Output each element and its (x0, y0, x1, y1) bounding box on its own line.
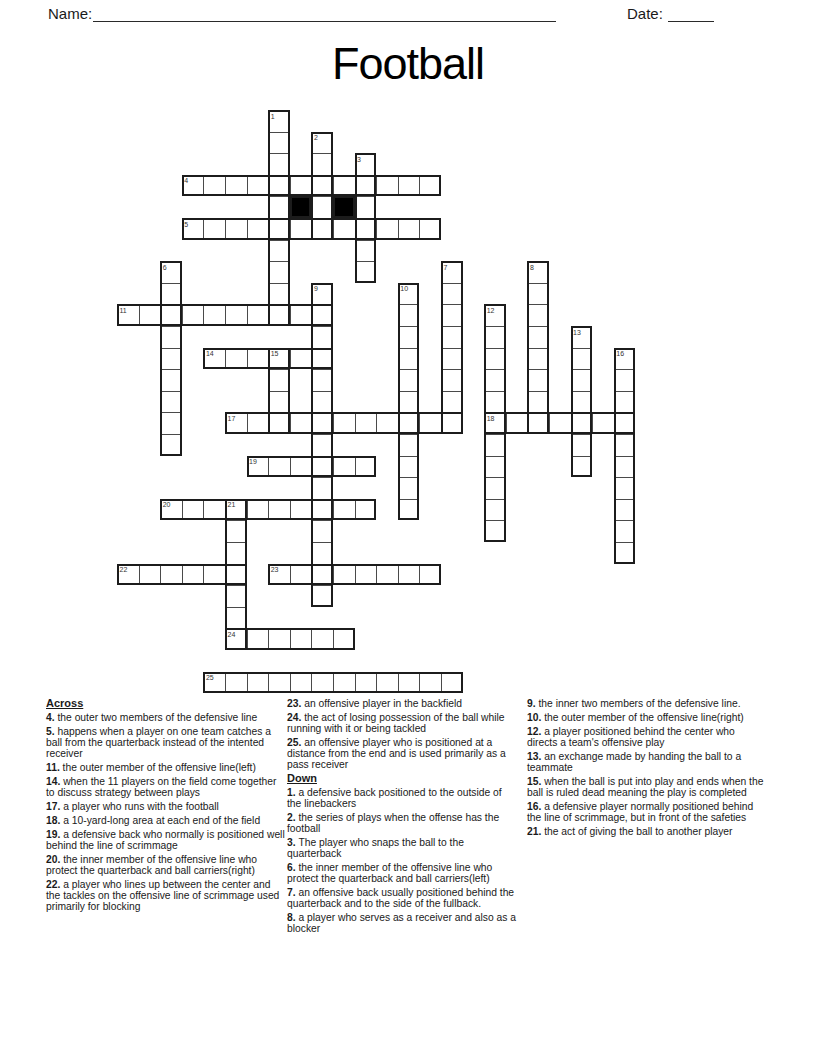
worksheet-page: { "page": { "name_label": "Name:", "date… (0, 0, 816, 1056)
grid-cell[interactable] (527, 391, 549, 413)
grid-cell[interactable] (160, 304, 182, 326)
grid-cell[interactable] (268, 369, 290, 391)
grid-cell[interactable] (225, 672, 247, 694)
grid-cell[interactable] (225, 520, 247, 542)
grid-cell[interactable] (160, 348, 182, 370)
grid-cell[interactable] (247, 218, 269, 240)
grid-cell[interactable] (203, 304, 225, 326)
clue-number: 6. (287, 862, 298, 873)
grid-cell[interactable] (398, 326, 420, 348)
clue-across-25: 25. an offensive player who is positione… (287, 737, 518, 770)
grid-cell[interactable] (333, 412, 355, 434)
grid-cell[interactable] (441, 326, 463, 348)
grid-cell[interactable] (355, 564, 377, 586)
clue-number: 25. (287, 737, 304, 748)
grid-cell[interactable] (290, 672, 312, 694)
clue-number: 4. (46, 712, 57, 723)
grid-cell[interactable] (419, 218, 441, 240)
grid-cell[interactable] (614, 412, 636, 434)
grid-cell[interactable] (225, 628, 247, 650)
grid-cell[interactable] (571, 434, 593, 456)
grid-cell[interactable] (376, 564, 398, 586)
grid-cell[interactable] (419, 412, 441, 434)
grid-cell[interactable] (376, 412, 398, 434)
grid-cell[interactable] (247, 412, 269, 434)
grid-cell[interactable] (139, 304, 161, 326)
grid-cell[interactable] (311, 434, 333, 456)
grid-cell[interactable] (268, 628, 290, 650)
grid-cell[interactable] (225, 564, 247, 586)
grid-cell[interactable] (268, 672, 290, 694)
grid-cell[interactable] (398, 348, 420, 370)
grid-cell[interactable] (398, 391, 420, 413)
clue-across-18: 18. a 10-yard-long area at each end of t… (46, 815, 287, 826)
clue-number: 9. (527, 698, 538, 709)
grid-cell[interactable] (484, 369, 506, 391)
grid-cell[interactable] (225, 175, 247, 197)
clue-number: 24. (287, 712, 304, 723)
grid-cell[interactable] (160, 369, 182, 391)
grid-cell[interactable] (268, 261, 290, 283)
grid-cell[interactable] (527, 412, 549, 434)
grid-cell[interactable] (484, 391, 506, 413)
grid-cell[interactable] (268, 499, 290, 521)
clue-number: 18. (46, 815, 63, 826)
grid-cell[interactable] (290, 499, 312, 521)
grid-cell[interactable] (398, 304, 420, 326)
grid-cell[interactable] (571, 412, 593, 434)
grid-cell[interactable] (614, 391, 636, 413)
grid-cell[interactable] (571, 456, 593, 478)
grid-cell[interactable] (441, 672, 463, 694)
name-fill-line[interactable] (93, 20, 556, 22)
clue-across-23: 23. an offensive player in the backfield (287, 698, 518, 709)
grid-cell[interactable] (614, 434, 636, 456)
grid-cell[interactable] (290, 456, 312, 478)
clue-number: 5. (46, 726, 57, 737)
grid-cell[interactable] (355, 456, 377, 478)
grid-cell[interactable] (290, 412, 312, 434)
clue-number: 20. (46, 854, 63, 865)
grid-cell[interactable] (268, 175, 290, 197)
grid-cell[interactable] (311, 564, 333, 586)
grid-cell[interactable] (419, 672, 441, 694)
grid-cell[interactable] (311, 369, 333, 391)
grid-cell[interactable] (571, 348, 593, 370)
black-cell (290, 196, 312, 218)
grid-cell[interactable] (398, 369, 420, 391)
grid-cell[interactable] (311, 672, 333, 694)
grid-cell[interactable] (311, 326, 333, 348)
clue-down-21: 21. the act of giving the ball to anothe… (527, 826, 765, 837)
clue-across-5: 5. happens when a player on one team cat… (46, 726, 287, 759)
grid-cell[interactable] (484, 499, 506, 521)
grid-cell[interactable] (160, 283, 182, 305)
grid-cell[interactable] (484, 412, 506, 434)
grid-cell[interactable] (160, 391, 182, 413)
grid-cell[interactable] (333, 175, 355, 197)
grid-cell[interactable] (290, 218, 312, 240)
clue-section-header-down: Down (287, 773, 518, 784)
grid-cell[interactable] (182, 175, 204, 197)
grid-cell[interactable] (398, 412, 420, 434)
clue-down-13: 13. an exchange made by handing the ball… (527, 751, 765, 773)
grid-cell[interactable] (441, 348, 463, 370)
grid-cell[interactable] (268, 110, 290, 132)
grid-cell[interactable] (441, 391, 463, 413)
grid-cell[interactable] (484, 434, 506, 456)
clue-across-24: 24. the act of losing possession of the … (287, 712, 518, 734)
grid-cell[interactable] (355, 175, 377, 197)
clue-column-1: Across4. the outer two members of the de… (46, 698, 287, 915)
grid-cell[interactable] (484, 304, 506, 326)
grid-cell[interactable] (311, 391, 333, 413)
grid-cell[interactable] (441, 369, 463, 391)
clue-number: 8. (287, 912, 298, 923)
grid-cell[interactable] (614, 369, 636, 391)
clue-down-15: 15. when the ball is put into play and e… (527, 776, 765, 798)
clue-down-3: 3. The player who snaps the ball to the … (287, 837, 518, 859)
grid-cell[interactable] (333, 456, 355, 478)
grid-cell[interactable] (247, 628, 269, 650)
grid-cell[interactable] (484, 477, 506, 499)
grid-cell[interactable] (268, 304, 290, 326)
clue-across-11: 11. the outer member of the offensive li… (46, 762, 287, 773)
grid-cell[interactable] (311, 218, 333, 240)
grid-cell[interactable] (268, 391, 290, 413)
grid-cell[interactable] (311, 196, 333, 218)
clue-number: 12. (527, 726, 544, 737)
clue-number: 11. (46, 762, 63, 773)
clue-down-1: 1. a defensive back positioned to the ou… (287, 787, 518, 809)
clue-number: 13. (527, 751, 544, 762)
grid-cell[interactable] (225, 412, 247, 434)
grid-cell[interactable] (549, 412, 571, 434)
grid-cell[interactable] (311, 542, 333, 564)
page-title: Football (0, 38, 816, 90)
grid-cell[interactable] (268, 240, 290, 262)
clue-number: 7. (287, 887, 298, 898)
grid-cell[interactable] (484, 326, 506, 348)
grid-cell[interactable] (419, 175, 441, 197)
grid-cell[interactable] (311, 132, 333, 154)
grid-cell[interactable] (333, 672, 355, 694)
clue-number: 3. (287, 837, 298, 848)
grid-cell[interactable] (268, 153, 290, 175)
grid-cell[interactable] (160, 499, 182, 521)
grid-cell[interactable] (614, 477, 636, 499)
grid-cell[interactable] (398, 218, 420, 240)
grid-cell[interactable] (225, 218, 247, 240)
clue-number: 22. (46, 879, 63, 890)
grid-cell[interactable] (182, 218, 204, 240)
grid-cell[interactable] (614, 520, 636, 542)
grid-cell[interactable] (527, 326, 549, 348)
grid-cell[interactable] (117, 564, 139, 586)
grid-cell[interactable] (182, 304, 204, 326)
grid-cell[interactable] (398, 283, 420, 305)
grid-cell[interactable] (290, 175, 312, 197)
grid-cell[interactable] (527, 348, 549, 370)
clue-number: 23. (287, 698, 304, 709)
grid-cell[interactable] (484, 520, 506, 542)
grid-cell[interactable] (614, 456, 636, 478)
grid-cell[interactable] (441, 261, 463, 283)
grid-cell[interactable] (398, 564, 420, 586)
grid-cell[interactable] (614, 348, 636, 370)
grid-cell[interactable] (225, 542, 247, 564)
grid-cell[interactable] (571, 326, 593, 348)
grid-cell[interactable] (311, 456, 333, 478)
grid-cell[interactable] (376, 175, 398, 197)
crossword-grid: 4511141718192022232425123678910121315162… (117, 110, 636, 694)
grid-cell[interactable] (355, 261, 377, 283)
clue-number: 1. (287, 787, 298, 798)
grid-cell[interactable] (355, 153, 377, 175)
grid-cell[interactable] (398, 175, 420, 197)
grid-cell[interactable] (571, 391, 593, 413)
grid-cell[interactable] (398, 456, 420, 478)
grid-cell[interactable] (311, 348, 333, 370)
grid-cell[interactable] (398, 477, 420, 499)
grid-cell[interactable] (247, 348, 269, 370)
grid-cell[interactable] (311, 175, 333, 197)
grid-cell[interactable] (182, 564, 204, 586)
grid-cell[interactable] (311, 628, 333, 650)
grid-cell[interactable] (290, 348, 312, 370)
grid-cell[interactable] (355, 499, 377, 521)
grid-cell[interactable] (203, 564, 225, 586)
grid-cell[interactable] (614, 542, 636, 564)
grid-cell[interactable] (247, 175, 269, 197)
date-label: Date: (627, 5, 663, 22)
clue-number: 14. (46, 776, 63, 787)
clue-number: 10. (527, 712, 544, 723)
grid-cell[interactable] (527, 261, 549, 283)
grid-cell[interactable] (355, 672, 377, 694)
grid-cell[interactable] (311, 520, 333, 542)
clue-across-19: 19. a defensive back who normally is pos… (46, 829, 287, 851)
grid-cell[interactable] (268, 564, 290, 586)
grid-cell[interactable] (355, 218, 377, 240)
grid-cell[interactable] (484, 348, 506, 370)
grid-cell[interactable] (268, 456, 290, 478)
clue-down-9: 9. the inner two members of the defensiv… (527, 698, 765, 709)
grid-cell[interactable] (571, 369, 593, 391)
clue-across-4: 4. the outer two members of the defensiv… (46, 712, 287, 723)
grid-cell[interactable] (311, 477, 333, 499)
grid-cell[interactable] (268, 283, 290, 305)
grid-cell[interactable] (268, 218, 290, 240)
grid-cell[interactable] (355, 196, 377, 218)
clue-section-header-across: Across (46, 698, 287, 709)
clue-down-6: 6. the inner member of the offensive lin… (287, 862, 518, 884)
grid-cell[interactable] (527, 304, 549, 326)
grid-cell[interactable] (160, 261, 182, 283)
clue-across-22: 22. a player who lines up between the ce… (46, 879, 287, 912)
clue-number: 16. (527, 801, 544, 812)
clue-down-10: 10. the outer member of the offensive li… (527, 712, 765, 723)
grid-cell[interactable] (419, 564, 441, 586)
clue-down-8: 8. a player who serves as a receiver and… (287, 912, 518, 934)
grid-cell[interactable] (506, 412, 528, 434)
grid-cell[interactable] (376, 218, 398, 240)
grid-cell[interactable] (592, 412, 614, 434)
clue-down-7: 7. an offensive back usually positioned … (287, 887, 518, 909)
grid-cell[interactable] (355, 240, 377, 262)
grid-cell[interactable] (527, 369, 549, 391)
clue-across-20: 20. the inner member of the offensive li… (46, 854, 287, 876)
clue-column-3: 9. the inner two members of the defensiv… (527, 698, 765, 840)
grid-cell[interactable] (527, 283, 549, 305)
grid-cell[interactable] (160, 412, 182, 434)
clue-number: 17. (46, 801, 63, 812)
grid-cell[interactable] (247, 499, 269, 521)
grid-cell[interactable] (160, 434, 182, 456)
clue-across-14: 14. when the 11 players on the field com… (46, 776, 287, 798)
grid-cell[interactable] (376, 672, 398, 694)
clue-number: 15. (527, 776, 544, 787)
grid-cell[interactable] (441, 283, 463, 305)
grid-cell[interactable] (311, 499, 333, 521)
grid-cell[interactable] (203, 348, 225, 370)
grid-cell[interactable] (225, 499, 247, 521)
grid-cell[interactable] (441, 412, 463, 434)
grid-cell[interactable] (247, 304, 269, 326)
clue-number: 21. (527, 826, 544, 837)
grid-cell[interactable] (311, 585, 333, 607)
grid-cell[interactable] (247, 672, 269, 694)
grid-cell[interactable] (441, 304, 463, 326)
grid-cell[interactable] (484, 456, 506, 478)
grid-cell[interactable] (311, 412, 333, 434)
grid-cell[interactable] (311, 153, 333, 175)
grid-cell[interactable] (139, 564, 161, 586)
grid-cell[interactable] (225, 348, 247, 370)
grid-cell[interactable] (268, 196, 290, 218)
grid-cell[interactable] (225, 304, 247, 326)
grid-cell[interactable] (290, 304, 312, 326)
grid-cell[interactable] (225, 585, 247, 607)
grid-cell[interactable] (203, 499, 225, 521)
grid-cell[interactable] (268, 132, 290, 154)
clue-down-16: 16. a defensive player normally position… (527, 801, 765, 823)
grid-cell[interactable] (333, 564, 355, 586)
grid-cell[interactable] (203, 218, 225, 240)
grid-cell[interactable] (268, 348, 290, 370)
clue-column-2: 23. an offensive player in the backfield… (287, 698, 518, 937)
grid-cell[interactable] (203, 175, 225, 197)
grid-cell[interactable] (333, 628, 355, 650)
date-fill-line[interactable] (668, 20, 714, 22)
grid-cell[interactable] (160, 564, 182, 586)
grid-cell[interactable] (333, 499, 355, 521)
grid-cell[interactable] (398, 672, 420, 694)
clue-number: 2. (287, 812, 298, 823)
name-label: Name: (48, 5, 92, 22)
grid-cell[interactable] (268, 412, 290, 434)
grid-cell[interactable] (355, 412, 377, 434)
grid-cell[interactable] (203, 672, 225, 694)
clue-number: 19. (46, 829, 63, 840)
grid-cell[interactable] (398, 499, 420, 521)
grid-cell[interactable] (311, 304, 333, 326)
grid-cell[interactable] (398, 434, 420, 456)
black-cell (333, 196, 355, 218)
clue-down-2: 2. the series of plays when the offense … (287, 812, 518, 834)
grid-cell[interactable] (160, 326, 182, 348)
grid-cell[interactable] (117, 304, 139, 326)
clue-across-17: 17. a player who runs with the football (46, 801, 287, 812)
clue-down-12: 12. a player positioned behind the cente… (527, 726, 765, 748)
grid-cell[interactable] (247, 456, 269, 478)
grid-cell[interactable] (290, 564, 312, 586)
grid-cell[interactable] (225, 607, 247, 629)
grid-cell[interactable] (333, 218, 355, 240)
grid-cell[interactable] (614, 499, 636, 521)
grid-cell[interactable] (290, 628, 312, 650)
grid-cell[interactable] (182, 499, 204, 521)
grid-cell[interactable] (311, 283, 333, 305)
